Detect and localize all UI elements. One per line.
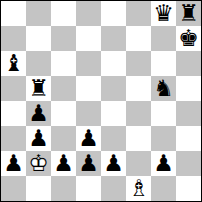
black-pawn[interactable]: ♟: [3, 152, 24, 175]
square-c4[interactable]: [51, 101, 76, 126]
black-bishop[interactable]: ♝: [3, 52, 24, 75]
square-f1[interactable]: ♗: [126, 176, 151, 201]
square-g6[interactable]: [151, 51, 176, 76]
square-a7[interactable]: [1, 26, 26, 51]
square-h6[interactable]: [176, 51, 201, 76]
square-d7[interactable]: [76, 26, 101, 51]
square-c2[interactable]: ♟: [51, 151, 76, 176]
square-b1[interactable]: [26, 176, 51, 201]
square-h7[interactable]: ♚: [176, 26, 201, 51]
square-a6[interactable]: ♝: [1, 51, 26, 76]
square-g7[interactable]: [151, 26, 176, 51]
black-pawn[interactable]: ♟: [103, 152, 124, 175]
black-pawn[interactable]: ♟: [28, 102, 49, 125]
square-f6[interactable]: [126, 51, 151, 76]
square-a4[interactable]: [1, 101, 26, 126]
black-pawn[interactable]: ♟: [153, 152, 174, 175]
square-f5[interactable]: [126, 76, 151, 101]
square-d1[interactable]: [76, 176, 101, 201]
chessboard-frame: ♛♜♚♝♜♞♟♟♟♟♔♟♟♟♟♗: [0, 0, 202, 202]
square-h4[interactable]: [176, 101, 201, 126]
square-d6[interactable]: [76, 51, 101, 76]
square-d8[interactable]: [76, 1, 101, 26]
black-king[interactable]: ♚: [178, 27, 199, 50]
square-d4[interactable]: [76, 101, 101, 126]
square-f3[interactable]: [126, 126, 151, 151]
square-g8[interactable]: ♛: [151, 1, 176, 26]
black-rook[interactable]: ♜: [178, 2, 199, 25]
square-b6[interactable]: [26, 51, 51, 76]
square-a5[interactable]: [1, 76, 26, 101]
square-f8[interactable]: [126, 1, 151, 26]
square-a2[interactable]: ♟: [1, 151, 26, 176]
square-e1[interactable]: [101, 176, 126, 201]
square-e2[interactable]: ♟: [101, 151, 126, 176]
square-e6[interactable]: [101, 51, 126, 76]
square-b5[interactable]: ♜: [26, 76, 51, 101]
square-e3[interactable]: [101, 126, 126, 151]
square-e5[interactable]: [101, 76, 126, 101]
square-c3[interactable]: [51, 126, 76, 151]
square-b2[interactable]: ♔: [26, 151, 51, 176]
black-rook[interactable]: ♜: [28, 77, 49, 100]
black-pawn[interactable]: ♟: [78, 127, 99, 150]
square-a8[interactable]: [1, 1, 26, 26]
square-h2[interactable]: [176, 151, 201, 176]
square-f7[interactable]: [126, 26, 151, 51]
square-h1[interactable]: [176, 176, 201, 201]
square-b8[interactable]: [26, 1, 51, 26]
black-pawn[interactable]: ♟: [78, 152, 99, 175]
square-c8[interactable]: [51, 1, 76, 26]
square-e8[interactable]: [101, 1, 126, 26]
square-e7[interactable]: [101, 26, 126, 51]
square-c5[interactable]: [51, 76, 76, 101]
black-pawn[interactable]: ♟: [28, 127, 49, 150]
square-d5[interactable]: [76, 76, 101, 101]
square-f2[interactable]: [126, 151, 151, 176]
square-d2[interactable]: ♟: [76, 151, 101, 176]
square-g4[interactable]: [151, 101, 176, 126]
chessboard: ♛♜♚♝♜♞♟♟♟♟♔♟♟♟♟♗: [1, 1, 201, 201]
square-c6[interactable]: [51, 51, 76, 76]
square-b4[interactable]: ♟: [26, 101, 51, 126]
square-a3[interactable]: [1, 126, 26, 151]
square-h3[interactable]: [176, 126, 201, 151]
square-c1[interactable]: [51, 176, 76, 201]
square-c7[interactable]: [51, 26, 76, 51]
square-g5[interactable]: ♞: [151, 76, 176, 101]
square-f4[interactable]: [126, 101, 151, 126]
white-bishop[interactable]: ♗: [128, 177, 149, 200]
black-knight[interactable]: ♞: [153, 77, 174, 100]
square-a1[interactable]: [1, 176, 26, 201]
square-b7[interactable]: [26, 26, 51, 51]
black-pawn[interactable]: ♟: [53, 152, 74, 175]
square-d3[interactable]: ♟: [76, 126, 101, 151]
black-queen[interactable]: ♛: [153, 2, 174, 25]
square-h8[interactable]: ♜: [176, 1, 201, 26]
square-h5[interactable]: [176, 76, 201, 101]
square-g1[interactable]: [151, 176, 176, 201]
square-b3[interactable]: ♟: [26, 126, 51, 151]
white-king[interactable]: ♔: [28, 152, 49, 175]
square-g3[interactable]: [151, 126, 176, 151]
square-e4[interactable]: [101, 101, 126, 126]
square-g2[interactable]: ♟: [151, 151, 176, 176]
